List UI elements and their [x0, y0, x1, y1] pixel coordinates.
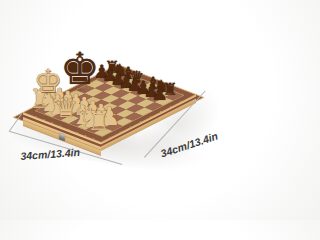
off-board-white-king: ♚	[34, 65, 63, 97]
clasp-latch	[59, 133, 65, 141]
product-photo: 34cm/13.4in 34cm/13.4in ♜♞♝♛♝♞♜♟♟♟♟♟♟♟♟♟…	[0, 0, 220, 220]
